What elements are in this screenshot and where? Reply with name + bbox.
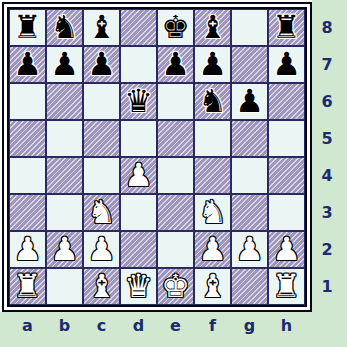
rank-label-4: 4 <box>314 157 340 194</box>
square-a7[interactable]: ♟ <box>9 46 46 83</box>
white-pawn-piece: ♟ <box>9 231 46 268</box>
black-rook-piece: ♜ <box>9 9 46 46</box>
square-c5[interactable] <box>83 120 120 157</box>
square-a8[interactable]: ♜ <box>9 9 46 46</box>
square-a4[interactable] <box>9 157 46 194</box>
rank-labels: 87654321 <box>314 9 340 305</box>
square-h6[interactable] <box>268 83 305 120</box>
square-e6[interactable] <box>157 83 194 120</box>
square-f5[interactable] <box>194 120 231 157</box>
chess-board: ♜♞♝♚♝♜♟♟♟♟♟♟♛♞♟♟♞♞♟♟♟♟♟♟♜♝♛♚♝♜ <box>7 7 307 307</box>
black-pawn-piece: ♟ <box>46 46 83 83</box>
black-pawn-piece: ♟ <box>9 46 46 83</box>
square-h3[interactable] <box>268 194 305 231</box>
square-g3[interactable] <box>231 194 268 231</box>
square-g4[interactable] <box>231 157 268 194</box>
white-pawn-piece: ♟ <box>231 231 268 268</box>
square-g1[interactable] <box>231 268 268 305</box>
square-e7[interactable]: ♟ <box>157 46 194 83</box>
square-b6[interactable] <box>46 83 83 120</box>
square-f4[interactable] <box>194 157 231 194</box>
black-knight-piece: ♞ <box>194 83 231 120</box>
file-label-e: e <box>157 313 194 339</box>
white-queen-piece: ♛ <box>120 268 157 305</box>
square-d1[interactable]: ♛ <box>120 268 157 305</box>
black-bishop-piece: ♝ <box>194 9 231 46</box>
square-d5[interactable] <box>120 120 157 157</box>
black-rook-piece: ♜ <box>268 9 305 46</box>
white-knight-piece: ♞ <box>83 194 120 231</box>
square-d4[interactable]: ♟ <box>120 157 157 194</box>
square-b7[interactable]: ♟ <box>46 46 83 83</box>
black-bishop-piece: ♝ <box>83 9 120 46</box>
square-a6[interactable] <box>9 83 46 120</box>
black-knight-piece: ♞ <box>46 9 83 46</box>
square-f7[interactable]: ♟ <box>194 46 231 83</box>
square-e8[interactable]: ♚ <box>157 9 194 46</box>
square-c2[interactable]: ♟ <box>83 231 120 268</box>
square-d6[interactable]: ♛ <box>120 83 157 120</box>
square-b5[interactable] <box>46 120 83 157</box>
white-pawn-piece: ♟ <box>46 231 83 268</box>
white-bishop-piece: ♝ <box>83 268 120 305</box>
square-d2[interactable] <box>120 231 157 268</box>
file-label-c: c <box>83 313 120 339</box>
square-d3[interactable] <box>120 194 157 231</box>
square-e2[interactable] <box>157 231 194 268</box>
square-f2[interactable]: ♟ <box>194 231 231 268</box>
square-h1[interactable]: ♜ <box>268 268 305 305</box>
square-c7[interactable]: ♟ <box>83 46 120 83</box>
board-grid: ♜♞♝♚♝♜♟♟♟♟♟♟♛♞♟♟♞♞♟♟♟♟♟♟♜♝♛♚♝♜ <box>9 9 305 305</box>
square-a2[interactable]: ♟ <box>9 231 46 268</box>
square-c8[interactable]: ♝ <box>83 9 120 46</box>
black-pawn-piece: ♟ <box>83 46 120 83</box>
square-h2[interactable]: ♟ <box>268 231 305 268</box>
square-c1[interactable]: ♝ <box>83 268 120 305</box>
black-pawn-piece: ♟ <box>231 83 268 120</box>
rank-label-2: 2 <box>314 231 340 268</box>
rank-label-8: 8 <box>314 9 340 46</box>
square-b1[interactable] <box>46 268 83 305</box>
file-label-h: h <box>268 313 305 339</box>
white-pawn-piece: ♟ <box>83 231 120 268</box>
square-h4[interactable] <box>268 157 305 194</box>
white-pawn-piece: ♟ <box>194 231 231 268</box>
square-b4[interactable] <box>46 157 83 194</box>
file-label-d: d <box>120 313 157 339</box>
black-queen-piece: ♛ <box>120 83 157 120</box>
square-h7[interactable]: ♟ <box>268 46 305 83</box>
square-g6[interactable]: ♟ <box>231 83 268 120</box>
rank-label-6: 6 <box>314 83 340 120</box>
square-f3[interactable]: ♞ <box>194 194 231 231</box>
file-label-b: b <box>46 313 83 339</box>
black-king-piece: ♚ <box>157 9 194 46</box>
square-g2[interactable]: ♟ <box>231 231 268 268</box>
white-rook-piece: ♜ <box>268 268 305 305</box>
white-pawn-piece: ♟ <box>120 157 157 194</box>
white-knight-piece: ♞ <box>194 194 231 231</box>
white-bishop-piece: ♝ <box>194 268 231 305</box>
square-h5[interactable] <box>268 120 305 157</box>
square-h8[interactable]: ♜ <box>268 9 305 46</box>
file-label-a: a <box>9 313 46 339</box>
black-pawn-piece: ♟ <box>157 46 194 83</box>
rank-label-5: 5 <box>314 120 340 157</box>
square-c3[interactable]: ♞ <box>83 194 120 231</box>
square-e3[interactable] <box>157 194 194 231</box>
rank-label-3: 3 <box>314 194 340 231</box>
square-f8[interactable]: ♝ <box>194 9 231 46</box>
square-g5[interactable] <box>231 120 268 157</box>
square-a3[interactable] <box>9 194 46 231</box>
chess-board-frame: ♜♞♝♚♝♜♟♟♟♟♟♟♛♞♟♟♞♞♟♟♟♟♟♟♜♝♛♚♝♜ <box>2 2 312 312</box>
square-f6[interactable]: ♞ <box>194 83 231 120</box>
square-b8[interactable]: ♞ <box>46 9 83 46</box>
square-c4[interactable] <box>83 157 120 194</box>
file-label-g: g <box>231 313 268 339</box>
square-b2[interactable]: ♟ <box>46 231 83 268</box>
square-f1[interactable]: ♝ <box>194 268 231 305</box>
file-label-f: f <box>194 313 231 339</box>
square-d7[interactable] <box>120 46 157 83</box>
black-pawn-piece: ♟ <box>268 46 305 83</box>
white-rook-piece: ♜ <box>9 268 46 305</box>
rank-label-7: 7 <box>314 46 340 83</box>
square-b3[interactable] <box>46 194 83 231</box>
square-g7[interactable] <box>231 46 268 83</box>
white-king-piece: ♚ <box>157 268 194 305</box>
rank-label-1: 1 <box>314 268 340 305</box>
square-a5[interactable] <box>9 120 46 157</box>
square-e4[interactable] <box>157 157 194 194</box>
square-e5[interactable] <box>157 120 194 157</box>
square-a1[interactable]: ♜ <box>9 268 46 305</box>
square-g8[interactable] <box>231 9 268 46</box>
white-pawn-piece: ♟ <box>268 231 305 268</box>
black-pawn-piece: ♟ <box>194 46 231 83</box>
file-labels: abcdefgh <box>9 313 305 339</box>
square-d8[interactable] <box>120 9 157 46</box>
square-e1[interactable]: ♚ <box>157 268 194 305</box>
square-c6[interactable] <box>83 83 120 120</box>
